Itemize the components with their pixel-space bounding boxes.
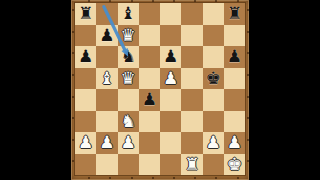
square-d6[interactable]	[139, 46, 160, 68]
square-c3[interactable]: ♞	[118, 111, 139, 133]
square-b5[interactable]: ♝	[96, 68, 117, 90]
square-e7[interactable]	[160, 25, 181, 47]
black-rook[interactable]: ♜	[227, 5, 242, 22]
white-pawn[interactable]: ♟	[121, 134, 136, 151]
square-e4[interactable]	[160, 89, 181, 111]
black-knight[interactable]: ♞	[121, 48, 136, 65]
square-e6[interactable]: ♟	[160, 46, 181, 68]
white-pawn[interactable]: ♟	[163, 69, 178, 86]
square-h2[interactable]: ♟	[224, 132, 245, 154]
square-f3[interactable]	[181, 111, 202, 133]
square-h3[interactable]	[224, 111, 245, 133]
square-a3[interactable]	[75, 111, 96, 133]
square-f2[interactable]	[181, 132, 202, 154]
square-c4[interactable]	[118, 89, 139, 111]
square-g8[interactable]	[203, 3, 224, 25]
white-pawn[interactable]: ♟	[78, 134, 93, 151]
black-pawn[interactable]: ♟	[99, 26, 114, 43]
black-pawn[interactable]: ♟	[227, 48, 242, 65]
square-h7[interactable]	[224, 25, 245, 47]
square-g7[interactable]	[203, 25, 224, 47]
square-d7[interactable]	[139, 25, 160, 47]
white-queen[interactable]: ♛	[121, 26, 136, 43]
square-f7[interactable]	[181, 25, 202, 47]
video-frame: ♜♝♜♟♛♟♞♟♟♝♛♟♚♟♞♟♟♟♟♟♜♚	[0, 0, 320, 180]
square-a6[interactable]: ♟	[75, 46, 96, 68]
black-rook[interactable]: ♜	[78, 5, 93, 22]
white-knight[interactable]: ♞	[121, 112, 136, 129]
white-queen[interactable]: ♛	[121, 69, 136, 86]
black-bishop[interactable]: ♝	[121, 5, 136, 22]
square-d2[interactable]	[139, 132, 160, 154]
square-h4[interactable]	[224, 89, 245, 111]
square-a8[interactable]: ♜	[75, 3, 96, 25]
square-c7[interactable]: ♛	[118, 25, 139, 47]
square-c8[interactable]: ♝	[118, 3, 139, 25]
square-b2[interactable]: ♟	[96, 132, 117, 154]
square-d3[interactable]	[139, 111, 160, 133]
square-g1[interactable]	[203, 154, 224, 176]
square-f1[interactable]: ♜	[181, 154, 202, 176]
square-g3[interactable]	[203, 111, 224, 133]
square-d8[interactable]	[139, 3, 160, 25]
square-e2[interactable]	[160, 132, 181, 154]
square-c1[interactable]	[118, 154, 139, 176]
white-king[interactable]: ♚	[227, 155, 242, 172]
square-d4[interactable]: ♟	[139, 89, 160, 111]
white-bishop[interactable]: ♝	[99, 69, 114, 86]
square-a4[interactable]	[75, 89, 96, 111]
square-a7[interactable]	[75, 25, 96, 47]
square-e1[interactable]	[160, 154, 181, 176]
square-g4[interactable]	[203, 89, 224, 111]
black-pawn[interactable]: ♟	[78, 48, 93, 65]
square-f8[interactable]	[181, 3, 202, 25]
square-c2[interactable]: ♟	[118, 132, 139, 154]
square-c6[interactable]: ♞	[118, 46, 139, 68]
square-c5[interactable]: ♛	[118, 68, 139, 90]
square-b7[interactable]: ♟	[96, 25, 117, 47]
black-king[interactable]: ♚	[206, 69, 221, 86]
square-d1[interactable]	[139, 154, 160, 176]
square-h8[interactable]: ♜	[224, 3, 245, 25]
square-b8[interactable]	[96, 3, 117, 25]
square-d5[interactable]	[139, 68, 160, 90]
square-a5[interactable]	[75, 68, 96, 90]
white-pawn[interactable]: ♟	[99, 134, 114, 151]
square-f5[interactable]	[181, 68, 202, 90]
square-e5[interactable]: ♟	[160, 68, 181, 90]
chess-board-frame: ♜♝♜♟♛♟♞♟♟♝♛♟♚♟♞♟♟♟♟♟♜♚	[71, 0, 249, 180]
square-a1[interactable]	[75, 154, 96, 176]
square-f4[interactable]	[181, 89, 202, 111]
square-b1[interactable]	[96, 154, 117, 176]
chess-board: ♜♝♜♟♛♟♞♟♟♝♛♟♚♟♞♟♟♟♟♟♜♚	[75, 3, 245, 175]
black-pawn[interactable]: ♟	[142, 91, 157, 108]
white-pawn[interactable]: ♟	[227, 134, 242, 151]
square-b6[interactable]	[96, 46, 117, 68]
square-f6[interactable]	[181, 46, 202, 68]
square-h6[interactable]: ♟	[224, 46, 245, 68]
square-h5[interactable]	[224, 68, 245, 90]
white-rook[interactable]: ♜	[184, 155, 199, 172]
square-b3[interactable]	[96, 111, 117, 133]
square-b4[interactable]	[96, 89, 117, 111]
square-h1[interactable]: ♚	[224, 154, 245, 176]
square-e3[interactable]	[160, 111, 181, 133]
square-e8[interactable]	[160, 3, 181, 25]
square-g6[interactable]	[203, 46, 224, 68]
white-pawn[interactable]: ♟	[206, 134, 221, 151]
square-g2[interactable]: ♟	[203, 132, 224, 154]
square-a2[interactable]: ♟	[75, 132, 96, 154]
square-g5[interactable]: ♚	[203, 68, 224, 90]
black-pawn[interactable]: ♟	[163, 48, 178, 65]
